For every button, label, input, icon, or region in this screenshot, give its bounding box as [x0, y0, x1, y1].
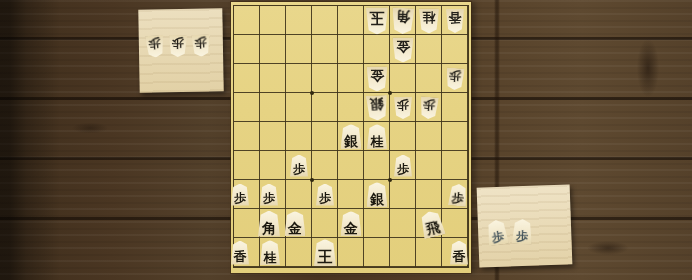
- board-grid: 玉角桂香金金歩銀歩歩銀桂歩歩歩歩歩銀歩角金金飛香桂王香: [233, 5, 469, 268]
- shogi-piece-sente-金[interactable]: 金: [285, 211, 306, 236]
- board-cell-r7c7[interactable]: [390, 180, 416, 209]
- star-dot: [388, 178, 392, 182]
- board-cell-r4c4[interactable]: [312, 93, 338, 122]
- board-cell-r8c7[interactable]: [390, 209, 416, 238]
- shogi-piece-sente-香[interactable]: 香: [450, 241, 468, 265]
- board-cell-r2c5[interactable]: [338, 35, 364, 64]
- shogi-piece-gote-歩[interactable]: 歩: [394, 97, 412, 119]
- shogi-piece-sente-香[interactable]: 香: [231, 241, 249, 265]
- board-cell-r3c4[interactable]: [312, 64, 338, 93]
- board-cell-r2c1[interactable]: [234, 35, 260, 64]
- board-cell-r6c2[interactable]: [260, 151, 286, 180]
- shogi-piece-sente-銀[interactable]: 銀: [367, 182, 388, 207]
- shogi-piece-gote-歩[interactable]: 歩: [145, 35, 165, 58]
- board-cell-r5c2[interactable]: [260, 122, 286, 151]
- board-cell-r5c3[interactable]: [286, 122, 312, 151]
- board-cell-r9c8[interactable]: [416, 238, 442, 267]
- board-cell-r9c3[interactable]: [286, 238, 312, 267]
- board-cell-r4c2[interactable]: [260, 93, 286, 122]
- shogi-piece-sente-王[interactable]: 王: [314, 239, 336, 266]
- board-cell-r1c1[interactable]: [234, 6, 260, 35]
- shogi-piece-sente-銀[interactable]: 銀: [341, 124, 362, 149]
- shogi-piece-gote-桂[interactable]: 桂: [419, 8, 439, 33]
- board-cell-r3c3[interactable]: [286, 64, 312, 93]
- shogi-piece-gote-金[interactable]: 金: [393, 37, 414, 62]
- shogi-piece-gote-金[interactable]: 金: [367, 66, 388, 91]
- board-cell-r8c1[interactable]: [234, 209, 260, 238]
- board-cell-r5c4[interactable]: [312, 122, 338, 151]
- shogi-piece-sente-桂[interactable]: 桂: [260, 240, 280, 265]
- board-cell-r7c5[interactable]: [338, 180, 364, 209]
- board-cell-r3c8[interactable]: [416, 64, 442, 93]
- board-cell-r3c1[interactable]: [234, 64, 260, 93]
- board-cell-r1c2[interactable]: [260, 6, 286, 35]
- board-cell-r6c9[interactable]: [442, 151, 468, 180]
- board-cell-r1c4[interactable]: [312, 6, 338, 35]
- shogi-piece-sente-金[interactable]: 金: [341, 211, 362, 236]
- board-cell-r9c6[interactable]: [364, 238, 390, 267]
- board-cell-r4c9[interactable]: [442, 93, 468, 122]
- shogi-piece-gote-香[interactable]: 香: [446, 9, 464, 33]
- board-cell-r1c3[interactable]: [286, 6, 312, 35]
- board-cell-r1c5[interactable]: [338, 6, 364, 35]
- board-cell-r2c9[interactable]: [442, 35, 468, 64]
- board-cell-r7c8[interactable]: [416, 180, 442, 209]
- komadai-sente-captured-stand[interactable]: 歩歩: [477, 184, 573, 267]
- shogi-piece-gote-角[interactable]: 角: [392, 7, 415, 34]
- shogi-piece-sente-歩[interactable]: 歩: [316, 184, 334, 206]
- shogi-piece-sente-角[interactable]: 角: [258, 211, 280, 237]
- gote-hand-pieces: 歩歩歩: [146, 34, 210, 57]
- board-cell-r8c6[interactable]: [364, 209, 390, 238]
- shogi-piece-sente-歩[interactable]: 歩: [394, 155, 412, 177]
- board-cell-r7c3[interactable]: [286, 180, 312, 209]
- board-cell-r3c7[interactable]: [390, 64, 416, 93]
- board-cell-r6c5[interactable]: [338, 151, 364, 180]
- board-cell-r4c1[interactable]: [234, 93, 260, 122]
- board-cell-r2c8[interactable]: [416, 35, 442, 64]
- board-cell-r4c3[interactable]: [286, 93, 312, 122]
- board-cell-r6c8[interactable]: [416, 151, 442, 180]
- shogi-piece-sente-歩[interactable]: 歩: [512, 219, 533, 245]
- board-cell-r4c5[interactable]: [338, 93, 364, 122]
- board-cell-r9c5[interactable]: [338, 238, 364, 267]
- star-dot: [388, 91, 392, 95]
- shogi-piece-gote-玉[interactable]: 玉: [366, 7, 388, 34]
- sente-hand-pieces: 歩歩: [487, 219, 533, 246]
- star-dot: [310, 91, 314, 95]
- board-cell-r2c4[interactable]: [312, 35, 338, 64]
- board-cell-r6c6[interactable]: [364, 151, 390, 180]
- board-cell-r6c1[interactable]: [234, 151, 260, 180]
- shogi-board: 玉角桂香金金歩銀歩歩銀桂歩歩歩歩歩銀歩角金金飛香桂王香: [231, 2, 471, 273]
- board-cell-r5c9[interactable]: [442, 122, 468, 151]
- star-dot: [310, 178, 314, 182]
- shogi-piece-sente-歩[interactable]: 歩: [231, 184, 249, 206]
- board-cell-r5c7[interactable]: [390, 122, 416, 151]
- shogi-piece-gote-歩[interactable]: 歩: [191, 34, 210, 57]
- board-cell-r6c4[interactable]: [312, 151, 338, 180]
- board-cell-r3c2[interactable]: [260, 64, 286, 93]
- shogi-piece-gote-歩[interactable]: 歩: [169, 35, 187, 57]
- board-cell-r2c2[interactable]: [260, 35, 286, 64]
- board-cell-r8c4[interactable]: [312, 209, 338, 238]
- board-cell-r5c1[interactable]: [234, 122, 260, 151]
- shogi-piece-sente-歩[interactable]: 歩: [260, 184, 278, 206]
- shogi-piece-sente-桂[interactable]: 桂: [367, 124, 387, 149]
- shogi-piece-sente-歩[interactable]: 歩: [290, 155, 308, 177]
- shogi-piece-sente-歩[interactable]: 歩: [486, 219, 509, 247]
- board-cell-r3c5[interactable]: [338, 64, 364, 93]
- board-cell-r2c6[interactable]: [364, 35, 390, 64]
- board-cell-r8c9[interactable]: [442, 209, 468, 238]
- board-cell-r9c7[interactable]: [390, 238, 416, 267]
- board-cell-r2c3[interactable]: [286, 35, 312, 64]
- komadai-gote-captured-stand[interactable]: 歩歩歩: [138, 8, 223, 92]
- board-cell-r5c8[interactable]: [416, 122, 442, 151]
